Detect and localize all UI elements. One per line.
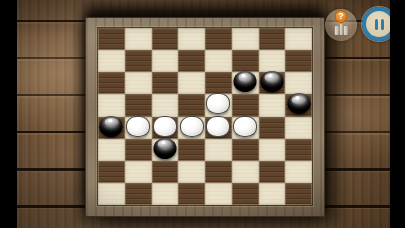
square-a7[interactable] — [98, 50, 125, 72]
square-f2[interactable] — [232, 161, 259, 183]
square-e3[interactable] — [205, 139, 232, 161]
square-b4[interactable] — [125, 117, 152, 139]
square-c3[interactable] — [152, 139, 179, 161]
square-c7[interactable] — [152, 50, 179, 72]
white-piece-e4[interactable] — [206, 116, 230, 137]
square-e1[interactable] — [205, 183, 232, 205]
black-piece-g6[interactable] — [260, 71, 283, 92]
letterbox-left — [0, 0, 17, 228]
square-c2[interactable] — [152, 161, 179, 183]
black-piece-a4[interactable] — [100, 116, 123, 137]
square-a2[interactable] — [98, 161, 125, 183]
square-h5[interactable] — [285, 94, 312, 116]
board-grid — [97, 27, 313, 206]
white-piece-e5[interactable] — [206, 93, 230, 114]
square-h7[interactable] — [285, 50, 312, 72]
square-h6[interactable] — [285, 72, 312, 94]
square-c1[interactable] — [152, 183, 179, 205]
app-screen: ? — [0, 0, 405, 228]
square-g8[interactable] — [259, 28, 286, 50]
square-d4[interactable] — [178, 117, 205, 139]
white-piece-f4[interactable] — [233, 116, 257, 137]
square-c8[interactable] — [152, 28, 179, 50]
square-h3[interactable] — [285, 139, 312, 161]
question-badge: ? — [335, 10, 348, 23]
square-f7[interactable] — [232, 50, 259, 72]
square-a6[interactable] — [98, 72, 125, 94]
square-d1[interactable] — [178, 183, 205, 205]
square-g2[interactable] — [259, 161, 286, 183]
square-c6[interactable] — [152, 72, 179, 94]
square-d3[interactable] — [178, 139, 205, 161]
square-g1[interactable] — [259, 183, 286, 205]
square-g7[interactable] — [259, 50, 286, 72]
square-a8[interactable] — [98, 28, 125, 50]
square-b1[interactable] — [125, 183, 152, 205]
square-g6[interactable] — [259, 72, 286, 94]
square-a5[interactable] — [98, 94, 125, 116]
square-e6[interactable] — [205, 72, 232, 94]
black-piece-h5[interactable] — [287, 93, 310, 114]
hint-button[interactable]: ? — [325, 9, 357, 41]
square-g4[interactable] — [259, 117, 286, 139]
square-a1[interactable] — [98, 183, 125, 205]
square-e7[interactable] — [205, 50, 232, 72]
square-e4[interactable] — [205, 117, 232, 139]
black-piece-f6[interactable] — [234, 71, 257, 92]
black-piece-c3[interactable] — [153, 138, 176, 159]
square-a4[interactable] — [98, 117, 125, 139]
square-e5[interactable] — [205, 94, 232, 116]
podium-bars-icon — [335, 24, 348, 35]
square-h2[interactable] — [285, 161, 312, 183]
square-e2[interactable] — [205, 161, 232, 183]
square-f5[interactable] — [232, 94, 259, 116]
square-h4[interactable] — [285, 117, 312, 139]
square-g3[interactable] — [259, 139, 286, 161]
pause-icon — [375, 19, 384, 30]
square-d8[interactable] — [178, 28, 205, 50]
square-b8[interactable] — [125, 28, 152, 50]
square-b3[interactable] — [125, 139, 152, 161]
square-f8[interactable] — [232, 28, 259, 50]
square-c4[interactable] — [152, 117, 179, 139]
white-piece-b4[interactable] — [126, 116, 150, 137]
square-b5[interactable] — [125, 94, 152, 116]
square-b7[interactable] — [125, 50, 152, 72]
square-d7[interactable] — [178, 50, 205, 72]
square-h8[interactable] — [285, 28, 312, 50]
square-f3[interactable] — [232, 139, 259, 161]
square-b6[interactable] — [125, 72, 152, 94]
square-h1[interactable] — [285, 183, 312, 205]
square-g5[interactable] — [259, 94, 286, 116]
square-f1[interactable] — [232, 183, 259, 205]
square-d2[interactable] — [178, 161, 205, 183]
white-piece-c4[interactable] — [153, 116, 177, 137]
square-d6[interactable] — [178, 72, 205, 94]
white-piece-d4[interactable] — [180, 116, 204, 137]
square-f4[interactable] — [232, 117, 259, 139]
square-a3[interactable] — [98, 139, 125, 161]
letterbox-right — [390, 0, 405, 228]
square-f6[interactable] — [232, 72, 259, 94]
square-c5[interactable] — [152, 94, 179, 116]
square-d5[interactable] — [178, 94, 205, 116]
checkers-board — [85, 17, 325, 217]
square-b2[interactable] — [125, 161, 152, 183]
square-e8[interactable] — [205, 28, 232, 50]
